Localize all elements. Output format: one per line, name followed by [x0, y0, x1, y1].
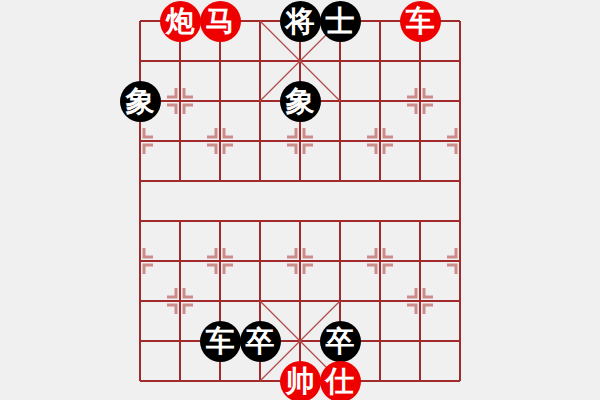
board[interactable]: 炮马将士车象象车卒卒帅仕 [120, 1, 480, 400]
piece-black-elephant[interactable]: 象 [280, 81, 321, 122]
piece-red-chariot[interactable]: 车 [400, 1, 441, 42]
piece-red-horse[interactable]: 马 [200, 1, 241, 42]
piece-black-general[interactable]: 将 [280, 1, 321, 42]
piece-red-cannon[interactable]: 炮 [160, 1, 201, 42]
piece-black-elephant[interactable]: 象 [120, 81, 161, 122]
piece-red-advisor[interactable]: 仕 [320, 361, 361, 400]
piece-black-soldier[interactable]: 卒 [240, 321, 281, 362]
xiangqi-screenshot: 炮马将士车象象车卒卒帅仕 [0, 0, 600, 400]
piece-black-chariot[interactable]: 车 [200, 321, 241, 362]
piece-black-soldier[interactable]: 卒 [320, 321, 361, 362]
piece-black-advisor[interactable]: 士 [320, 1, 361, 42]
piece-red-general[interactable]: 帅 [280, 361, 321, 400]
